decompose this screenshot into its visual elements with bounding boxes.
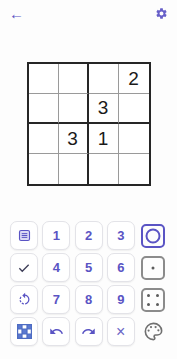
cell-r4c2[interactable] <box>59 154 89 184</box>
mode-corner-note-button[interactable] <box>139 285 167 314</box>
redo-icon <box>81 324 96 339</box>
check-icon <box>17 261 31 275</box>
palette-icon <box>142 320 165 343</box>
digit-8-button[interactable]: 8 <box>75 285 103 314</box>
four-dots-icon <box>141 288 165 312</box>
digit-2-button[interactable]: 2 <box>75 221 103 250</box>
digit-1-button[interactable]: 1 <box>42 221 70 250</box>
keypad: 1 2 3 4 5 6 7 8 9 <box>10 221 167 346</box>
redo-button[interactable] <box>75 317 103 346</box>
top-bar: ← <box>0 0 177 21</box>
clear-button[interactable]: × <box>107 317 135 346</box>
cell-r3c3[interactable]: 1 <box>89 124 119 154</box>
restart-button[interactable] <box>10 285 38 314</box>
cell-r1c2[interactable] <box>59 64 89 94</box>
x-icon: × <box>116 324 125 340</box>
cell-r4c1[interactable] <box>29 154 59 184</box>
digit-7-button[interactable]: 7 <box>42 285 70 314</box>
back-button[interactable]: ← <box>9 7 24 20</box>
mini-grid-icon <box>17 324 32 339</box>
palette-button[interactable] <box>139 317 167 346</box>
check-button[interactable] <box>10 253 38 282</box>
sudoku-board: 2 3 3 1 <box>27 62 151 186</box>
cell-r3c2[interactable]: 3 <box>59 124 89 154</box>
digit-4-button[interactable]: 4 <box>42 253 70 282</box>
digit-6-button[interactable]: 6 <box>107 253 135 282</box>
cell-r3c4[interactable] <box>119 124 149 154</box>
cell-r2c1[interactable] <box>29 94 59 124</box>
notes-button[interactable] <box>10 221 38 250</box>
new-board-button[interactable] <box>10 317 38 346</box>
cell-r1c3[interactable] <box>89 64 119 94</box>
mode-center-note-button[interactable] <box>139 253 167 282</box>
back-arrow-icon: ← <box>9 5 24 22</box>
mode-normal-button[interactable] <box>139 221 167 250</box>
cell-r2c3[interactable]: 3 <box>89 94 119 124</box>
cell-r3c1[interactable] <box>29 124 59 154</box>
cell-r1c4[interactable]: 2 <box>119 64 149 94</box>
cell-r2c4[interactable] <box>119 94 149 124</box>
cell-r2c2[interactable] <box>59 94 89 124</box>
digit-9-button[interactable]: 9 <box>107 285 135 314</box>
gear-icon <box>155 7 168 20</box>
undo-icon <box>49 324 64 339</box>
cell-r1c1[interactable] <box>29 64 59 94</box>
notes-icon <box>17 228 32 243</box>
undo-button[interactable] <box>42 317 70 346</box>
settings-button[interactable] <box>155 7 168 20</box>
circle-icon <box>141 224 165 248</box>
cell-r4c4[interactable] <box>119 154 149 184</box>
cell-r4c3[interactable] <box>89 154 119 184</box>
restart-icon <box>17 292 32 307</box>
digit-5-button[interactable]: 5 <box>75 253 103 282</box>
single-dot-icon <box>141 256 165 280</box>
digit-3-button[interactable]: 3 <box>107 221 135 250</box>
